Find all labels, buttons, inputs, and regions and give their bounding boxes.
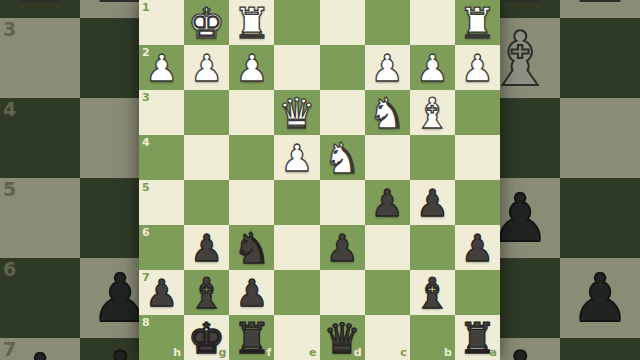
square-c4[interactable] [365, 135, 410, 180]
square-f2[interactable]: ♟ [229, 45, 274, 90]
square-a2[interactable]: ♟ [455, 45, 500, 90]
black-pawn-icon: ♟ [461, 230, 494, 267]
rank-label: 8 [142, 317, 150, 328]
square-b5[interactable]: ♟ [410, 180, 455, 225]
white-pawn-icon: ♟ [145, 50, 178, 87]
square-a3[interactable] [455, 90, 500, 135]
rank-label: 2 [142, 47, 150, 58]
square-c5[interactable]: ♟ [365, 180, 410, 225]
square-h6[interactable]: 6 [139, 225, 184, 270]
square-f6[interactable]: ♞ [229, 225, 274, 270]
file-label: d [354, 347, 362, 358]
square-a4[interactable] [455, 135, 500, 180]
square-h3[interactable]: 3 [139, 90, 184, 135]
square-e4[interactable]: ♟ [274, 135, 319, 180]
white-pawn-icon: ♟ [10, 0, 69, 12]
square-e2[interactable] [274, 45, 319, 90]
square-h7: ♟7 [0, 338, 80, 360]
square-f7[interactable]: ♟ [229, 270, 274, 315]
square-b2[interactable]: ♟ [410, 45, 455, 90]
square-e8[interactable]: e [274, 315, 319, 360]
rank-label: 6 [142, 227, 150, 238]
square-h6: 6 [0, 258, 80, 338]
white-bishop-icon: ♝ [413, 93, 451, 135]
square-g1[interactable]: ♚ [184, 0, 229, 45]
square-c7[interactable] [365, 270, 410, 315]
white-pawn-icon: ♟ [190, 50, 223, 87]
black-rook-icon: ♜ [233, 318, 271, 360]
white-pawn-icon: ♟ [371, 50, 404, 87]
square-h1[interactable]: 1 [139, 0, 184, 45]
square-d5[interactable] [320, 180, 365, 225]
rank-label: 1 [142, 2, 150, 13]
square-d6[interactable]: ♟ [320, 225, 365, 270]
square-e6[interactable] [274, 225, 319, 270]
chessboard: 1♚♜♜♟2♟♟♟♟♟3♛♞♝4♟♞5♟♟6♟♞♟♟♟7♝♟♝8h♚g♜fe♛d… [139, 0, 500, 360]
rank-label: 4 [3, 100, 16, 119]
square-a5[interactable] [455, 180, 500, 225]
file-label: f [267, 347, 272, 358]
rank-label: 7 [3, 340, 16, 359]
file-label: h [173, 347, 181, 358]
white-knight-icon: ♞ [323, 138, 361, 180]
file-label: a [490, 347, 497, 358]
square-a7 [560, 338, 640, 360]
black-pawn-icon: ♟ [416, 185, 449, 222]
black-pawn-icon: ♟ [145, 275, 178, 312]
square-a3 [560, 18, 640, 98]
square-b8[interactable]: b [410, 315, 455, 360]
square-h3: 3 [0, 18, 80, 98]
square-e3[interactable]: ♛ [274, 90, 319, 135]
square-h4[interactable]: 4 [139, 135, 184, 180]
chess-app-screen: 1♚♜♜♟2♟♟♟♟♟3♛♞♝4♟♞5♟♟6♟♞♟♟♟7♝♟♝8h♚g♜fe♛d… [0, 0, 640, 360]
square-f3[interactable] [229, 90, 274, 135]
square-h7[interactable]: ♟7 [139, 270, 184, 315]
square-g2[interactable]: ♟ [184, 45, 229, 90]
rank-label: 7 [142, 272, 150, 283]
square-g5[interactable] [184, 180, 229, 225]
rank-label: 4 [142, 137, 150, 148]
square-f4[interactable] [229, 135, 274, 180]
white-pawn-icon: ♟ [570, 0, 629, 12]
square-d1[interactable] [320, 0, 365, 45]
square-b6[interactable] [410, 225, 455, 270]
square-b1[interactable] [410, 0, 455, 45]
black-pawn-icon: ♟ [371, 185, 404, 222]
square-c6[interactable] [365, 225, 410, 270]
square-d2[interactable] [320, 45, 365, 90]
square-f1[interactable]: ♜ [229, 0, 274, 45]
black-bishop-icon: ♝ [188, 273, 226, 315]
rank-label: 3 [142, 92, 150, 103]
square-c8[interactable]: c [365, 315, 410, 360]
square-a8[interactable]: ♜a [455, 315, 500, 360]
square-d3[interactable] [320, 90, 365, 135]
square-h8[interactable]: 8h [139, 315, 184, 360]
square-a5 [560, 178, 640, 258]
square-e7[interactable] [274, 270, 319, 315]
black-bishop-icon: ♝ [413, 273, 451, 315]
square-h5[interactable]: 5 [139, 180, 184, 225]
file-label: g [218, 347, 226, 358]
square-d4[interactable]: ♞ [320, 135, 365, 180]
square-a7[interactable] [455, 270, 500, 315]
square-a6[interactable]: ♟ [455, 225, 500, 270]
square-h5: 5 [0, 178, 80, 258]
square-g6[interactable]: ♟ [184, 225, 229, 270]
rank-label: 6 [3, 260, 16, 279]
square-a6: ♟ [560, 258, 640, 338]
white-pawn-icon: ♟ [280, 140, 313, 177]
square-h2: ♟2 [0, 0, 80, 18]
file-label: e [309, 347, 316, 358]
black-pawn-icon: ♟ [570, 266, 629, 332]
black-pawn-icon: ♟ [190, 230, 223, 267]
rank-label: 5 [142, 182, 150, 193]
white-pawn-icon: ♟ [235, 50, 268, 87]
white-knight-icon: ♞ [368, 93, 406, 135]
square-d7[interactable] [320, 270, 365, 315]
square-f8[interactable]: ♜f [229, 315, 274, 360]
square-h4: 4 [0, 98, 80, 178]
file-label: b [444, 347, 452, 358]
white-king-icon: ♚ [188, 3, 226, 45]
square-c3[interactable]: ♞ [365, 90, 410, 135]
square-d8[interactable]: ♛d [320, 315, 365, 360]
square-h2[interactable]: ♟2 [139, 45, 184, 90]
square-e5[interactable] [274, 180, 319, 225]
square-a1[interactable]: ♜ [455, 0, 500, 45]
square-e1[interactable] [274, 0, 319, 45]
square-b7[interactable]: ♝ [410, 270, 455, 315]
file-label: c [400, 347, 407, 358]
black-pawn-icon: ♟ [10, 346, 69, 360]
rank-label: 5 [3, 180, 16, 199]
square-a4 [560, 98, 640, 178]
square-g8[interactable]: ♚g [184, 315, 229, 360]
square-c1[interactable] [365, 0, 410, 45]
white-pawn-icon: ♟ [461, 50, 494, 87]
white-rook-icon: ♜ [459, 3, 497, 45]
black-knight-icon: ♞ [233, 228, 271, 270]
rank-label: 3 [3, 20, 16, 39]
square-g4[interactable] [184, 135, 229, 180]
black-pawn-icon: ♟ [325, 230, 358, 267]
square-f5[interactable] [229, 180, 274, 225]
white-rook-icon: ♜ [233, 3, 271, 45]
white-pawn-icon: ♟ [416, 50, 449, 87]
black-pawn-icon: ♟ [235, 275, 268, 312]
square-b4[interactable] [410, 135, 455, 180]
square-b3[interactable]: ♝ [410, 90, 455, 135]
square-g3[interactable] [184, 90, 229, 135]
white-queen-icon: ♛ [278, 93, 316, 135]
square-a2: ♟ [560, 0, 640, 18]
square-g7[interactable]: ♝ [184, 270, 229, 315]
square-c2[interactable]: ♟ [365, 45, 410, 90]
